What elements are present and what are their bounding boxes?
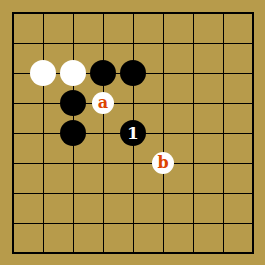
point-label-a[interactable]: a [92, 92, 114, 114]
grid-line-horizontal [12, 223, 254, 224]
white-stone [30, 60, 56, 86]
grid-line-horizontal [12, 163, 254, 164]
point-label-b[interactable]: b [152, 152, 174, 174]
grid-line-horizontal [12, 193, 254, 194]
black-stone [60, 90, 86, 116]
black-stone [60, 120, 86, 146]
grid-line-vertical [163, 12, 164, 254]
grid-line-vertical [252, 12, 254, 254]
grid-line-vertical [223, 12, 224, 254]
move-number-label: 1 [120, 120, 146, 146]
black-stone-move-1: 1 [120, 120, 146, 146]
grid-line-horizontal [12, 252, 254, 254]
black-stone [120, 60, 146, 86]
white-stone [60, 60, 86, 86]
go-board[interactable]: a1b [0, 0, 265, 265]
grid-line-vertical [193, 12, 194, 254]
black-stone [90, 60, 116, 86]
